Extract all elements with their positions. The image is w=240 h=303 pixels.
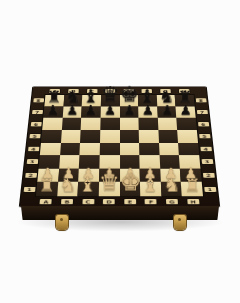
piece-bp[interactable]: ♟ bbox=[139, 103, 158, 117]
square-g6[interactable] bbox=[158, 118, 178, 130]
coordinate-label: 3 bbox=[201, 160, 213, 165]
coordinate-label: 5 bbox=[199, 134, 210, 138]
coordinate-label: 7 bbox=[196, 110, 207, 114]
square-b1[interactable]: ♞ bbox=[57, 182, 79, 196]
piece-wq[interactable]: ♛ bbox=[99, 171, 120, 194]
piece-bp[interactable]: ♟ bbox=[81, 103, 100, 117]
square-a7[interactable]: ♟ bbox=[43, 106, 63, 118]
square-f1[interactable]: ♝ bbox=[140, 182, 161, 196]
chess-board: ABCDEFGH ABCDEFGH 87654321 87654321 ♜♞♝♛… bbox=[20, 87, 219, 207]
coordinate-label: 4 bbox=[200, 147, 212, 152]
piece-wr[interactable]: ♜ bbox=[182, 177, 203, 195]
square-h6[interactable] bbox=[177, 118, 197, 130]
square-c1[interactable]: ♝ bbox=[78, 182, 99, 196]
square-c7[interactable]: ♟ bbox=[81, 106, 100, 118]
square-f7[interactable]: ♟ bbox=[138, 106, 157, 118]
square-h7[interactable]: ♟ bbox=[176, 106, 196, 118]
coordinate-label: G bbox=[166, 199, 178, 204]
piece-wb[interactable]: ♝ bbox=[78, 175, 99, 195]
piece-wr[interactable]: ♜ bbox=[36, 177, 57, 195]
square-d6[interactable] bbox=[100, 118, 119, 130]
brass-clasp-right bbox=[174, 215, 186, 230]
coordinate-label: 4 bbox=[28, 147, 40, 152]
square-g1[interactable]: ♞ bbox=[161, 182, 183, 196]
piece-wk[interactable]: ♚ bbox=[120, 171, 141, 194]
piece-bp[interactable]: ♟ bbox=[177, 103, 196, 117]
coordinate-label: 8 bbox=[195, 99, 206, 103]
square-e7[interactable]: ♟ bbox=[120, 106, 139, 118]
coordinate-label: 2 bbox=[25, 173, 37, 178]
coordinate-label: 1 bbox=[204, 187, 216, 192]
piece-bp[interactable]: ♟ bbox=[120, 103, 139, 117]
square-a1[interactable]: ♜ bbox=[36, 182, 58, 196]
square-a5[interactable] bbox=[41, 130, 61, 142]
coordinate-label: B bbox=[61, 199, 73, 204]
board-tilt: ABCDEFGH ABCDEFGH 87654321 87654321 ♜♞♝♛… bbox=[20, 87, 219, 207]
piece-bp[interactable]: ♟ bbox=[62, 103, 81, 117]
square-b7[interactable]: ♟ bbox=[62, 106, 82, 118]
square-d1[interactable]: ♛ bbox=[99, 182, 120, 196]
square-f5[interactable] bbox=[139, 130, 159, 142]
square-g4[interactable] bbox=[159, 143, 180, 156]
coordinate-label: 7 bbox=[32, 110, 43, 114]
file-labels-bottom: ABCDEFGH bbox=[35, 196, 204, 206]
coordinate-label: 5 bbox=[29, 134, 40, 138]
coordinate-label: 3 bbox=[26, 160, 38, 165]
brass-clasp-left bbox=[56, 215, 68, 230]
square-e4[interactable] bbox=[120, 143, 140, 156]
coordinate-label: 6 bbox=[198, 122, 209, 126]
coordinate-label: F bbox=[145, 199, 157, 204]
piece-bp[interactable]: ♟ bbox=[43, 103, 62, 117]
coordinate-label: C bbox=[82, 199, 94, 204]
coordinate-label: E bbox=[124, 199, 136, 204]
square-g7[interactable]: ♟ bbox=[157, 106, 177, 118]
square-e1[interactable]: ♚ bbox=[120, 182, 141, 196]
board-squares: ♜♞♝♛♚♝♞♜♟♟♟♟♟♟♟♟♟♟♟♟♟♟♟♟♜♞♝♛♚♝♞♜ bbox=[36, 95, 203, 196]
square-g5[interactable] bbox=[158, 130, 178, 142]
square-h4[interactable] bbox=[178, 143, 199, 156]
coordinate-label: 2 bbox=[202, 173, 214, 178]
coordinate-label: A bbox=[40, 199, 52, 204]
square-e5[interactable] bbox=[120, 130, 140, 142]
coordinate-label: 8 bbox=[33, 99, 44, 103]
piece-bp[interactable]: ♟ bbox=[158, 103, 177, 117]
board-front-edge bbox=[21, 206, 219, 220]
square-c4[interactable] bbox=[80, 143, 100, 156]
square-c5[interactable] bbox=[80, 130, 100, 142]
square-f6[interactable] bbox=[139, 118, 159, 130]
piece-wb[interactable]: ♝ bbox=[140, 175, 161, 195]
square-a4[interactable] bbox=[40, 143, 61, 156]
square-b4[interactable] bbox=[60, 143, 81, 156]
coordinate-label: 6 bbox=[30, 122, 41, 126]
coordinate-label: D bbox=[103, 199, 115, 204]
piece-bp[interactable]: ♟ bbox=[100, 103, 119, 117]
square-e6[interactable] bbox=[120, 118, 139, 130]
product-photo: ABCDEFGH ABCDEFGH 87654321 87654321 ♜♞♝♛… bbox=[0, 0, 240, 303]
square-b5[interactable] bbox=[61, 130, 81, 142]
square-h5[interactable] bbox=[178, 130, 198, 142]
coordinate-label: 1 bbox=[23, 187, 35, 192]
coordinate-label: H bbox=[187, 199, 199, 204]
piece-wn[interactable]: ♞ bbox=[161, 176, 182, 195]
piece-wn[interactable]: ♞ bbox=[57, 176, 78, 195]
square-b6[interactable] bbox=[61, 118, 81, 130]
square-a6[interactable] bbox=[42, 118, 62, 130]
square-c6[interactable] bbox=[81, 118, 101, 130]
square-d5[interactable] bbox=[100, 130, 120, 142]
square-d4[interactable] bbox=[100, 143, 120, 156]
square-h1[interactable]: ♜ bbox=[181, 182, 203, 196]
square-f4[interactable] bbox=[139, 143, 159, 156]
square-d7[interactable]: ♟ bbox=[100, 106, 119, 118]
